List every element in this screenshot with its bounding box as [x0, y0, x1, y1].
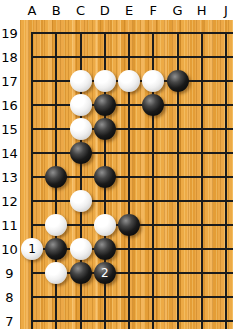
grid-line-vertical-A	[31, 32, 33, 329]
row-label-13: 13	[0, 167, 19, 187]
col-label-F: F	[143, 0, 163, 20]
row-label-18: 18	[0, 47, 19, 67]
stone-white-C15	[70, 118, 92, 140]
col-label-G: G	[168, 0, 188, 20]
col-label-E: E	[119, 0, 139, 20]
move-number-1: 1	[28, 243, 36, 255]
row-label-14: 14	[0, 143, 19, 163]
stone-black-D15	[94, 118, 116, 140]
stone-white-D17	[94, 70, 116, 92]
stone-black-D13	[94, 166, 116, 188]
grid-line-horizontal-14	[31, 152, 233, 154]
col-label-B: B	[46, 0, 66, 20]
row-label-17: 17	[0, 71, 19, 91]
stone-white-C16	[70, 94, 92, 116]
col-label-C: C	[71, 0, 91, 20]
stone-black-D10	[94, 238, 116, 260]
row-label-15: 15	[0, 119, 19, 139]
stone-white-C10	[70, 238, 92, 260]
grid-line-horizontal-12	[31, 200, 233, 202]
go-diagram: ABCDEFGHJ1918171615141312111098712	[0, 0, 233, 329]
grid-line-vertical-H	[201, 32, 203, 329]
stone-white-C12	[70, 190, 92, 212]
row-label-7: 7	[0, 311, 19, 329]
grid-line-horizontal-16	[31, 104, 233, 106]
row-label-10: 10	[0, 239, 19, 259]
stone-white-E17	[118, 70, 140, 92]
grid-line-horizontal-7	[31, 320, 233, 322]
col-label-H: H	[192, 0, 212, 20]
stone-black-G17	[167, 70, 189, 92]
row-label-16: 16	[0, 95, 19, 115]
col-label-J: J	[216, 0, 233, 20]
stone-black-E11	[118, 214, 140, 236]
row-label-11: 11	[0, 215, 19, 235]
stone-white-D11	[94, 214, 116, 236]
move-number-2: 2	[101, 267, 109, 279]
col-label-D: D	[95, 0, 115, 20]
stone-black-D9: 2	[94, 262, 116, 284]
grid-line-horizontal-18	[31, 56, 233, 58]
stone-black-C14	[70, 142, 92, 164]
stone-white-A10: 1	[21, 238, 43, 260]
stone-black-D16	[94, 94, 116, 116]
grid-line-vertical-J	[225, 32, 227, 329]
grid-line-horizontal-15	[31, 128, 233, 130]
stone-white-C17	[70, 70, 92, 92]
grid-line-horizontal-19	[31, 32, 233, 34]
row-label-19: 19	[0, 23, 19, 43]
grid-line-horizontal-8	[31, 296, 233, 298]
row-label-9: 9	[0, 263, 19, 283]
row-label-8: 8	[0, 287, 19, 307]
stone-black-C9	[70, 262, 92, 284]
col-label-A: A	[22, 0, 42, 20]
row-label-12: 12	[0, 191, 19, 211]
